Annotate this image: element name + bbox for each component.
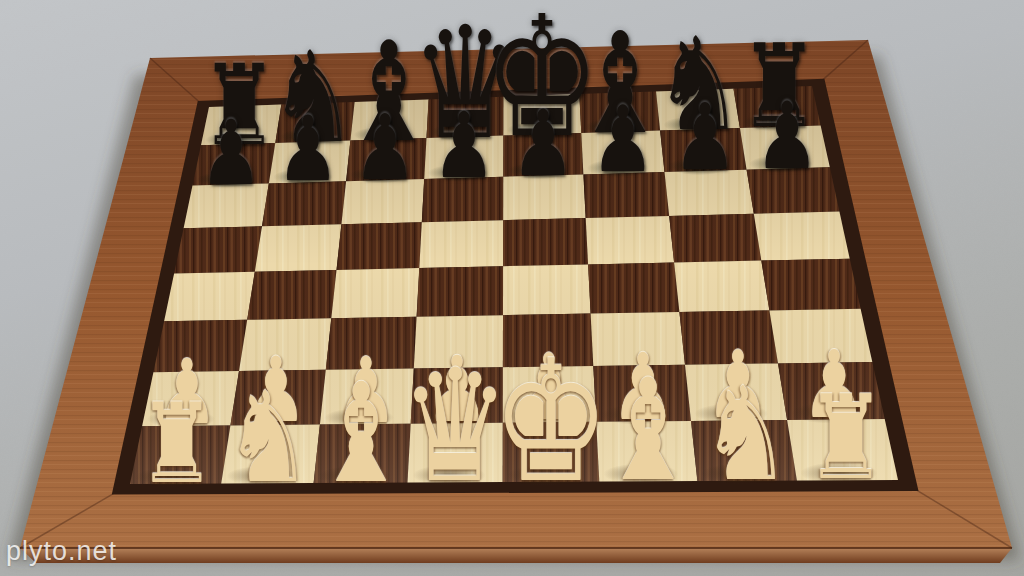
board-lighting xyxy=(130,86,898,484)
board-edge-bevel xyxy=(20,548,1012,563)
chess-board xyxy=(0,0,1024,576)
scene: ♜♞♝♛♚♝♞♜♟♟♟♟♟♟♟♟♟♟♟♟♟♟♟♟♜♞♝♛♚♝♞♜ plyto.n… xyxy=(0,0,1024,576)
watermark: plyto.net xyxy=(6,536,117,567)
